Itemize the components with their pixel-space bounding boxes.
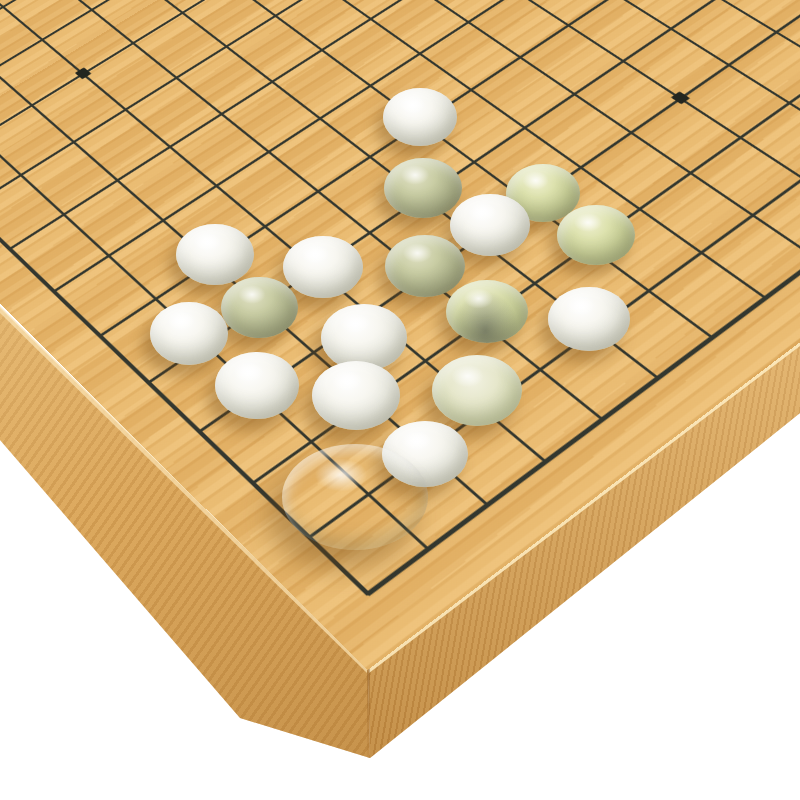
jade-stone-C5[interactable]	[221, 277, 298, 338]
stones-layer	[0, 0, 800, 800]
jade-stone-E3[interactable]	[446, 280, 528, 343]
jade-stone-G3[interactable]	[557, 205, 635, 265]
white-stone-G6[interactable]	[383, 88, 457, 146]
jade-stone-F5[interactable]	[384, 158, 462, 218]
white-stone-F4[interactable]	[450, 194, 530, 256]
jade-stone-B2[interactable]	[282, 444, 428, 550]
white-stone-C6[interactable]	[176, 224, 254, 285]
jade-stone-E4[interactable]	[385, 235, 465, 297]
photo-stage: Corner of a blond wooden 19x19 go board …	[0, 0, 800, 800]
white-stone-F2[interactable]	[548, 287, 630, 351]
white-stone-B5[interactable]	[150, 302, 228, 365]
white-stone-C3[interactable]	[312, 361, 400, 430]
white-stone-D5[interactable]	[283, 236, 363, 298]
jade-stone-D2[interactable]	[432, 355, 522, 426]
white-stone-B4[interactable]	[215, 352, 299, 419]
